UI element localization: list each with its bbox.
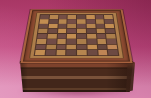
board-square	[87, 39, 96, 44]
board-square	[87, 44, 96, 49]
board-square	[35, 50, 45, 55]
board-square	[96, 29, 105, 33]
board-square	[37, 39, 47, 44]
board-square	[36, 44, 46, 49]
board-top	[20, 9, 132, 62]
board-square	[106, 34, 115, 39]
board-square	[108, 50, 118, 55]
board-square	[39, 24, 48, 28]
board-square	[59, 15, 67, 19]
board-square	[97, 44, 107, 49]
board-square	[67, 34, 76, 39]
board-square	[37, 34, 46, 39]
board-square	[38, 29, 47, 33]
board-square	[49, 19, 58, 23]
board-square	[95, 19, 104, 23]
board-square	[107, 39, 117, 44]
board-square	[66, 50, 75, 55]
board-square	[77, 34, 86, 39]
board-square	[97, 34, 106, 39]
board-frame	[23, 10, 130, 61]
board-square	[58, 19, 67, 23]
board-square	[68, 19, 76, 23]
board-square	[58, 24, 67, 28]
board-square	[58, 29, 67, 33]
board-square	[67, 29, 76, 33]
board-square	[68, 15, 76, 19]
board-square	[48, 29, 57, 33]
board-square	[56, 50, 66, 55]
board-square	[87, 29, 96, 33]
board-square	[56, 44, 65, 49]
board-square	[46, 44, 56, 49]
board-square	[40, 15, 49, 19]
board-square	[97, 39, 106, 44]
board-square	[77, 29, 86, 33]
board-square	[57, 39, 66, 44]
board-square	[105, 24, 114, 28]
board-square	[86, 24, 95, 28]
board-square	[47, 34, 56, 39]
chessboard-box-photo	[0, 0, 151, 98]
board-square	[96, 24, 105, 28]
board-square	[106, 29, 115, 33]
board-square	[104, 15, 113, 19]
board-square	[77, 15, 85, 19]
board-border-strip	[29, 13, 124, 59]
board-square	[49, 15, 58, 19]
board-square	[87, 34, 96, 39]
board-square	[67, 39, 76, 44]
board-square	[86, 19, 95, 23]
board-square	[86, 15, 94, 19]
board-square	[77, 44, 86, 49]
board-square	[67, 44, 76, 49]
board-square	[57, 34, 66, 39]
board-square	[48, 24, 57, 28]
board-square	[105, 19, 114, 23]
board-square	[45, 50, 55, 55]
board-square	[98, 50, 108, 55]
board-square	[107, 44, 117, 49]
board-square	[77, 50, 86, 55]
board-square	[77, 19, 85, 23]
board-square	[77, 39, 86, 44]
board-square	[77, 24, 86, 28]
board-square	[87, 50, 97, 55]
board-square	[39, 19, 48, 23]
board-square	[67, 24, 76, 28]
board-square	[95, 15, 104, 19]
chessboard-grid	[34, 14, 120, 56]
box-front-face	[20, 61, 133, 92]
board-square	[47, 39, 56, 44]
